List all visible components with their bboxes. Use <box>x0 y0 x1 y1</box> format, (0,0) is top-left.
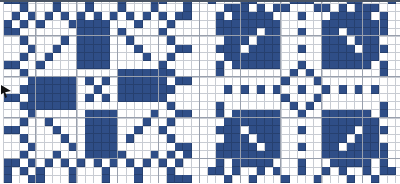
stitch-cell <box>232 45 240 53</box>
stitch-cell <box>69 20 77 28</box>
stitch-cell <box>28 12 36 20</box>
stitch-cell <box>265 45 273 53</box>
stitch-cell <box>85 151 93 159</box>
stitch-cell <box>102 143 110 151</box>
stitch-cell <box>322 85 330 93</box>
stitch-cell <box>363 151 371 159</box>
stitch-cell <box>20 20 28 28</box>
grid-bold-line <box>199 0 200 183</box>
stitch-cell <box>151 110 159 118</box>
stitch-cell <box>363 126 371 134</box>
stitch-cell <box>281 77 289 85</box>
stitch-cell <box>273 118 281 126</box>
stitch-cell <box>355 4 363 12</box>
stitch-cell <box>241 61 249 69</box>
stitch-cell <box>257 36 265 44</box>
stitch-cell <box>273 167 281 175</box>
stitch-cell <box>273 134 281 142</box>
stitch-cell <box>249 159 257 167</box>
stitch-cell <box>298 126 306 134</box>
stitch-cell <box>134 45 142 53</box>
stitch-cell <box>347 143 355 151</box>
stitch-cell <box>134 126 142 134</box>
stitch-cell <box>102 28 110 36</box>
stitch-cell <box>322 126 330 134</box>
stitch-cell <box>314 77 322 85</box>
stitch-cell <box>167 167 175 175</box>
stitch-cell <box>322 118 330 126</box>
stitch-cell <box>167 36 175 44</box>
stitch-cell <box>322 53 330 61</box>
stitch-cell <box>45 53 53 61</box>
stitch-cell <box>94 110 102 118</box>
stitch-cell <box>216 110 224 118</box>
stitch-cell <box>241 12 249 20</box>
stitch-cell <box>12 159 20 167</box>
stitch-cell <box>363 45 371 53</box>
stitch-cell <box>339 159 347 167</box>
stitch-cell <box>167 175 175 183</box>
stitch-cell <box>330 28 338 36</box>
stitch-cell <box>77 12 85 20</box>
stitch-cell <box>380 102 388 110</box>
stitch-cell <box>167 134 175 142</box>
stitch-cell <box>45 77 53 85</box>
stitch-cell <box>273 36 281 44</box>
stitch-cell <box>20 36 28 44</box>
stitch-cell <box>77 28 85 36</box>
stitch-cell <box>159 94 167 102</box>
stitch-cell <box>175 77 183 85</box>
stitch-cell <box>330 110 338 118</box>
stitch-cell <box>143 77 151 85</box>
stitch-cell <box>249 126 257 134</box>
stitch-cell <box>183 45 191 53</box>
stitch-cell <box>110 143 118 151</box>
stitch-cell <box>110 118 118 126</box>
stitch-cell <box>85 134 93 142</box>
stitch-cell <box>175 159 183 167</box>
stitch-cell <box>232 20 240 28</box>
stitch-cell <box>224 126 232 134</box>
stitch-cell <box>298 12 306 20</box>
stitch-cell <box>265 61 273 69</box>
stitch-cell <box>216 45 224 53</box>
stitch-cell <box>322 151 330 159</box>
stitch-cell <box>371 151 379 159</box>
stitch-cell <box>85 94 93 102</box>
stitch-cell <box>355 159 363 167</box>
stitch-cell <box>102 151 110 159</box>
stitch-cell <box>77 53 85 61</box>
stitch-cell <box>371 175 379 183</box>
stitch-cell <box>36 77 44 85</box>
stitch-cell <box>159 126 167 134</box>
stitch-cell <box>347 118 355 126</box>
stitch-cell <box>371 45 379 53</box>
stitch-cell <box>175 12 183 20</box>
stitch-cell <box>380 69 388 77</box>
stitch-cell <box>314 94 322 102</box>
stitch-cell <box>347 159 355 167</box>
stitch-cell <box>12 61 20 69</box>
stitch-cell <box>249 175 257 183</box>
stitch-cell <box>257 61 265 69</box>
stitch-cell <box>363 110 371 118</box>
stitch-cell <box>118 85 126 93</box>
stitch-cell <box>69 167 77 175</box>
stitch-cell <box>322 20 330 28</box>
stitch-cell <box>126 94 134 102</box>
stitch-cell <box>273 85 281 93</box>
stitch-cell <box>175 175 183 183</box>
stitch-cell <box>355 12 363 20</box>
stitch-cell <box>118 77 126 85</box>
stitch-cell <box>36 20 44 28</box>
stitch-cell <box>273 20 281 28</box>
stitch-cell <box>355 118 363 126</box>
stitch-cell <box>61 134 69 142</box>
stitch-cell <box>298 28 306 36</box>
stitch-cell <box>151 85 159 93</box>
stitch-cell <box>306 69 314 77</box>
stitch-cell <box>232 53 240 61</box>
stitch-cell <box>339 36 347 44</box>
stitch-cell <box>330 12 338 20</box>
stitch-cell <box>306 102 314 110</box>
stitch-cell <box>159 12 167 20</box>
stitch-cell <box>102 36 110 44</box>
stitch-cell <box>183 143 191 151</box>
stitch-cell <box>126 69 134 77</box>
stitch-cell <box>232 110 240 118</box>
stitch-cell <box>330 143 338 151</box>
stitch-cell <box>118 69 126 77</box>
stitch-cell <box>249 151 257 159</box>
stitch-cell <box>363 36 371 44</box>
stitch-cell <box>330 53 338 61</box>
stitch-cell <box>388 167 396 175</box>
stitch-cell <box>143 12 151 20</box>
stitch-cell <box>94 126 102 134</box>
stitch-cell <box>363 20 371 28</box>
stitch-cell <box>167 151 175 159</box>
stitch-cell <box>298 85 306 93</box>
stitch-cell <box>28 159 36 167</box>
stitch-cell <box>265 151 273 159</box>
stitch-cell <box>330 134 338 142</box>
stitch-cell <box>355 110 363 118</box>
stitch-cell <box>363 61 371 69</box>
stitch-cell <box>143 94 151 102</box>
stitch-cell <box>85 77 93 85</box>
stitch-cell <box>45 102 53 110</box>
stitch-cell <box>159 77 167 85</box>
stitch-cell <box>241 151 249 159</box>
stitch-cell <box>380 143 388 151</box>
stitch-cell <box>339 167 347 175</box>
stitch-cell <box>380 126 388 134</box>
stitch-cell <box>224 175 232 183</box>
stitch-cell <box>110 12 118 20</box>
stitch-cell <box>281 175 289 183</box>
stitch-cell <box>53 77 61 85</box>
stitch-cell <box>339 53 347 61</box>
stitch-cell <box>298 167 306 175</box>
stitch-cell <box>167 102 175 110</box>
stitch-cell <box>339 61 347 69</box>
stitch-cell <box>77 20 85 28</box>
stitch-cell <box>298 159 306 167</box>
stitch-cell <box>265 118 273 126</box>
stitch-cell <box>232 151 240 159</box>
stitch-cell <box>241 143 249 151</box>
stitch-cell <box>339 110 347 118</box>
stitch-cell <box>102 175 110 183</box>
stitch-cell <box>241 53 249 61</box>
stitch-cell <box>102 167 110 175</box>
stitch-cell <box>175 45 183 53</box>
stitch-cell <box>167 69 175 77</box>
stitch-cell <box>12 28 20 36</box>
stitch-cell <box>363 159 371 167</box>
stitch-cell <box>20 151 28 159</box>
stitch-cell <box>216 143 224 151</box>
stitch-cell <box>4 20 12 28</box>
stitch-cell <box>380 110 388 118</box>
stitch-cell <box>94 53 102 61</box>
stitch-cell <box>265 53 273 61</box>
stitch-cell <box>257 20 265 28</box>
stitch-cell <box>249 110 257 118</box>
stitch-cell <box>257 118 265 126</box>
stitch-cell <box>53 4 61 12</box>
stitch-cell <box>28 102 36 110</box>
stitch-cell <box>20 167 28 175</box>
stitch-cell <box>53 126 61 134</box>
stitch-cell <box>85 110 93 118</box>
stitch-cell <box>273 53 281 61</box>
stitch-cell <box>94 118 102 126</box>
stitch-cell <box>183 12 191 20</box>
stitch-cell <box>273 143 281 151</box>
stitch-cell <box>330 61 338 69</box>
stitch-cell <box>45 85 53 93</box>
stitch-cell <box>281 4 289 12</box>
stitch-cell <box>28 85 36 93</box>
stitch-cell <box>126 159 134 167</box>
stitch-cell <box>61 102 69 110</box>
stitch-cell <box>28 110 36 118</box>
stitch-cell <box>53 85 61 93</box>
stitch-cell <box>94 85 102 93</box>
stitch-cell <box>249 12 257 20</box>
stitch-cell <box>355 85 363 93</box>
stitch-cell <box>322 4 330 12</box>
stitch-cell <box>241 159 249 167</box>
stitch-cell <box>69 94 77 102</box>
stitch-cell <box>273 126 281 134</box>
stitch-cell <box>347 12 355 20</box>
stitch-cell <box>53 102 61 110</box>
stitch-cell <box>224 28 232 36</box>
stitch-cell <box>363 118 371 126</box>
stitch-cell <box>355 20 363 28</box>
stitch-cell <box>330 118 338 126</box>
stitch-cell <box>20 69 28 77</box>
stitch-cell <box>143 118 151 126</box>
stitch-cell <box>94 20 102 28</box>
stitch-cell <box>363 28 371 36</box>
stitch-cell <box>53 45 61 53</box>
stitch-cell <box>183 110 191 118</box>
stitch-cell <box>371 85 379 93</box>
stitch-cell <box>126 12 134 20</box>
stitch-cell <box>94 159 102 167</box>
stitch-cell <box>347 28 355 36</box>
stitch-cell <box>69 102 77 110</box>
stitch-cell <box>249 61 257 69</box>
stitch-cell <box>355 53 363 61</box>
stitch-cell <box>20 118 28 126</box>
stitch-cell <box>94 36 102 44</box>
stitch-cell <box>380 20 388 28</box>
stitch-cell <box>20 85 28 93</box>
stitch-cell <box>298 110 306 118</box>
stitch-cell <box>265 28 273 36</box>
stitch-cell <box>151 94 159 102</box>
stitch-cell <box>232 28 240 36</box>
stitch-cell <box>380 159 388 167</box>
stitch-cell <box>216 20 224 28</box>
stitch-cell <box>355 61 363 69</box>
stitch-cell <box>159 85 167 93</box>
stitch-cell <box>216 69 224 77</box>
stitch-cell <box>224 143 232 151</box>
stitch-cell <box>85 53 93 61</box>
stitch-cell <box>257 12 265 20</box>
stitch-cell <box>363 4 371 12</box>
stitch-cell <box>151 4 159 12</box>
stitch-cell <box>20 134 28 142</box>
stitch-cell <box>110 134 118 142</box>
stitch-cell <box>134 175 142 183</box>
stitch-cell <box>371 134 379 142</box>
stitch-cell <box>110 110 118 118</box>
stitch-cell <box>151 69 159 77</box>
stitch-cell <box>151 77 159 85</box>
stitch-cell <box>371 53 379 61</box>
stitch-cell <box>322 110 330 118</box>
stitch-cell <box>232 36 240 44</box>
stitch-cell <box>167 20 175 28</box>
stitch-cell <box>167 53 175 61</box>
stitch-cell <box>94 143 102 151</box>
stitch-cell <box>61 36 69 44</box>
stitch-cell <box>380 151 388 159</box>
stitch-cell <box>347 61 355 69</box>
stitch-cell <box>371 28 379 36</box>
stitch-cell <box>273 28 281 36</box>
stitch-cell <box>4 126 12 134</box>
stitch-cell <box>126 134 134 142</box>
stitch-cell <box>53 94 61 102</box>
stitch-cell <box>265 159 273 167</box>
stitch-cell <box>257 45 265 53</box>
stitch-cell <box>151 151 159 159</box>
stitch-cell <box>371 143 379 151</box>
stitch-cell <box>143 85 151 93</box>
stitch-cell <box>339 85 347 93</box>
stitch-cell <box>380 28 388 36</box>
stitch-cell <box>380 167 388 175</box>
stitch-cell <box>224 85 232 93</box>
stitch-cell <box>126 36 134 44</box>
stitch-cell <box>241 36 249 44</box>
stitch-cell <box>257 151 265 159</box>
stitch-cell <box>110 126 118 134</box>
stitch-cell <box>363 12 371 20</box>
stitch-cell <box>347 110 355 118</box>
stitch-cell <box>45 159 53 167</box>
stitch-cell <box>339 12 347 20</box>
stitch-cell <box>339 151 347 159</box>
stitch-cell <box>4 167 12 175</box>
stitch-cell <box>85 61 93 69</box>
stitch-cell <box>45 94 53 102</box>
mouse-cursor-icon <box>1 85 11 98</box>
stitch-cell <box>69 85 77 93</box>
stitch-cell <box>224 134 232 142</box>
stitch-cell <box>265 12 273 20</box>
stitch-cell <box>330 126 338 134</box>
stitch-cell <box>355 151 363 159</box>
stitch-cell <box>4 175 12 183</box>
stitch-cell <box>126 85 134 93</box>
stitch-cell <box>298 61 306 69</box>
stitch-cell <box>330 159 338 167</box>
stitch-cell <box>77 45 85 53</box>
stitch-cell <box>77 36 85 44</box>
stitch-cell <box>167 118 175 126</box>
stitch-cell <box>102 77 110 85</box>
stitch-cell <box>339 134 347 142</box>
stitch-cell <box>232 118 240 126</box>
stitch-cell <box>36 102 44 110</box>
stitch-cell <box>355 143 363 151</box>
stitch-cell <box>69 143 77 151</box>
stitch-cell <box>20 102 28 110</box>
stitch-cell <box>249 20 257 28</box>
stitch-cell <box>36 61 44 69</box>
stitch-cell <box>314 4 322 12</box>
stitch-cell <box>159 61 167 69</box>
stitch-cell <box>85 36 93 44</box>
stitch-cell <box>20 53 28 61</box>
stitch-cell <box>94 151 102 159</box>
stitch-cell <box>94 45 102 53</box>
stitch-cell <box>265 110 273 118</box>
stitch-cell <box>85 118 93 126</box>
stitch-cell <box>273 110 281 118</box>
stitch-cell <box>175 143 183 151</box>
stitch-cell <box>330 151 338 159</box>
stitch-cell <box>257 110 265 118</box>
stitch-cell <box>134 20 142 28</box>
stitch-cell <box>355 36 363 44</box>
stitch-cell <box>257 85 265 93</box>
stitch-cell <box>183 77 191 85</box>
